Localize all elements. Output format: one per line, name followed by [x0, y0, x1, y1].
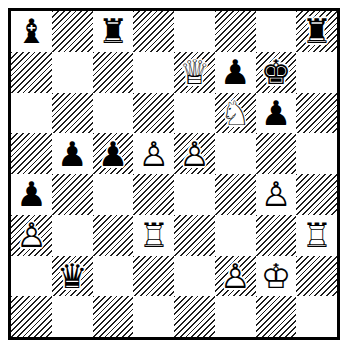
- white-queen-glyph: ♕: [174, 52, 215, 93]
- black-queen-glyph: ♛: [52, 256, 93, 297]
- square-f2[interactable]: ♟♙: [215, 256, 256, 297]
- square-g6[interactable]: ♟♟: [256, 93, 297, 134]
- black-pawn[interactable]: ♟♟: [93, 133, 134, 174]
- square-d6[interactable]: [133, 93, 174, 134]
- white-pawn[interactable]: ♟♙: [133, 133, 174, 174]
- square-b7[interactable]: [52, 52, 93, 93]
- square-g1[interactable]: [256, 296, 297, 337]
- square-d8[interactable]: [133, 11, 174, 52]
- rook-silhouette: ♜: [133, 215, 174, 256]
- bishop-silhouette: ♝: [11, 11, 52, 52]
- square-c1[interactable]: [93, 296, 134, 337]
- square-e1[interactable]: [174, 296, 215, 337]
- white-pawn[interactable]: ♟♙: [256, 174, 297, 215]
- white-rook-glyph: ♖: [296, 215, 337, 256]
- square-g8[interactable]: [256, 11, 297, 52]
- black-queen[interactable]: ♛♛: [52, 256, 93, 297]
- square-a5[interactable]: [11, 133, 52, 174]
- white-queen[interactable]: ♛♕: [174, 52, 215, 93]
- black-rook-glyph: ♜: [296, 11, 337, 52]
- square-g4[interactable]: ♟♙: [256, 174, 297, 215]
- square-a4[interactable]: ♟♟: [11, 174, 52, 215]
- square-f5[interactable]: [215, 133, 256, 174]
- black-pawn-glyph: ♟: [11, 174, 52, 215]
- pawn-silhouette: ♟: [11, 215, 52, 256]
- square-g7[interactable]: ♚♚: [256, 52, 297, 93]
- square-a1[interactable]: [11, 296, 52, 337]
- square-f4[interactable]: [215, 174, 256, 215]
- rook-silhouette: ♜: [296, 11, 337, 52]
- square-f6[interactable]: ♞♘: [215, 93, 256, 134]
- square-d4[interactable]: [133, 174, 174, 215]
- square-d2[interactable]: [133, 256, 174, 297]
- pawn-silhouette: ♟: [256, 93, 297, 134]
- black-pawn[interactable]: ♟♟: [52, 133, 93, 174]
- square-f3[interactable]: [215, 215, 256, 256]
- square-b4[interactable]: [52, 174, 93, 215]
- square-h3[interactable]: ♜♖: [296, 215, 337, 256]
- square-e4[interactable]: [174, 174, 215, 215]
- square-c6[interactable]: [93, 93, 134, 134]
- square-d5[interactable]: ♟♙: [133, 133, 174, 174]
- pawn-silhouette: ♟: [52, 133, 93, 174]
- black-king[interactable]: ♚♚: [256, 52, 297, 93]
- square-e7[interactable]: ♛♕: [174, 52, 215, 93]
- square-a6[interactable]: [11, 93, 52, 134]
- rook-silhouette: ♜: [296, 215, 337, 256]
- square-f7[interactable]: ♟♟: [215, 52, 256, 93]
- square-h2[interactable]: [296, 256, 337, 297]
- chessboard-frame: ♝♝♜♜♜♜♛♕♟♟♚♚♞♘♟♟♟♟♟♟♟♙♟♙♟♟♟♙♟♙♜♖♜♖♛♛♟♙♚♔: [8, 8, 340, 340]
- white-knight-glyph: ♘: [215, 93, 256, 134]
- square-c2[interactable]: [93, 256, 134, 297]
- white-king-glyph: ♔: [256, 256, 297, 297]
- square-g5[interactable]: [256, 133, 297, 174]
- black-pawn-glyph: ♟: [215, 52, 256, 93]
- square-h4[interactable]: [296, 174, 337, 215]
- square-a2[interactable]: [11, 256, 52, 297]
- square-c7[interactable]: [93, 52, 134, 93]
- pawn-silhouette: ♟: [93, 133, 134, 174]
- white-pawn[interactable]: ♟♙: [11, 215, 52, 256]
- square-f8[interactable]: [215, 11, 256, 52]
- white-king[interactable]: ♚♔: [256, 256, 297, 297]
- pawn-silhouette: ♟: [174, 133, 215, 174]
- knight-silhouette: ♞: [215, 93, 256, 134]
- square-b8[interactable]: [52, 11, 93, 52]
- black-pawn-glyph: ♟: [52, 133, 93, 174]
- black-bishop[interactable]: ♝♝: [11, 11, 52, 52]
- white-pawn[interactable]: ♟♙: [215, 256, 256, 297]
- square-f1[interactable]: [215, 296, 256, 337]
- white-pawn-glyph: ♙: [133, 133, 174, 174]
- square-e2[interactable]: [174, 256, 215, 297]
- square-d7[interactable]: [133, 52, 174, 93]
- pawn-silhouette: ♟: [133, 133, 174, 174]
- square-a8[interactable]: ♝♝: [11, 11, 52, 52]
- square-a3[interactable]: ♟♙: [11, 215, 52, 256]
- square-d3[interactable]: ♜♖: [133, 215, 174, 256]
- square-h1[interactable]: [296, 296, 337, 337]
- square-d1[interactable]: [133, 296, 174, 337]
- square-c3[interactable]: [93, 215, 134, 256]
- square-e8[interactable]: [174, 11, 215, 52]
- king-silhouette: ♚: [256, 52, 297, 93]
- square-e6[interactable]: [174, 93, 215, 134]
- pawn-silhouette: ♟: [256, 174, 297, 215]
- white-pawn[interactable]: ♟♙: [174, 133, 215, 174]
- square-e5[interactable]: ♟♙: [174, 133, 215, 174]
- white-knight[interactable]: ♞♘: [215, 93, 256, 134]
- black-bishop-glyph: ♝: [11, 11, 52, 52]
- square-a7[interactable]: [11, 52, 52, 93]
- square-b6[interactable]: [52, 93, 93, 134]
- square-h8[interactable]: ♜♜: [296, 11, 337, 52]
- white-rook-glyph: ♖: [133, 215, 174, 256]
- square-b5[interactable]: ♟♟: [52, 133, 93, 174]
- white-pawn-glyph: ♙: [215, 256, 256, 297]
- chessboard: ♝♝♜♜♜♜♛♕♟♟♚♚♞♘♟♟♟♟♟♟♟♙♟♙♟♟♟♙♟♙♜♖♜♖♛♛♟♙♚♔: [11, 11, 337, 337]
- square-c4[interactable]: [93, 174, 134, 215]
- rook-silhouette: ♜: [93, 11, 134, 52]
- black-pawn[interactable]: ♟♟: [256, 93, 297, 134]
- square-b1[interactable]: [52, 296, 93, 337]
- white-pawn-glyph: ♙: [256, 174, 297, 215]
- white-rook[interactable]: ♜♖: [133, 215, 174, 256]
- queen-silhouette: ♛: [52, 256, 93, 297]
- black-rook-glyph: ♜: [93, 11, 134, 52]
- square-h7[interactable]: [296, 52, 337, 93]
- pawn-silhouette: ♟: [11, 174, 52, 215]
- pawn-silhouette: ♟: [215, 256, 256, 297]
- black-rook[interactable]: ♜♜: [93, 11, 134, 52]
- square-c8[interactable]: ♜♜: [93, 11, 134, 52]
- black-pawn[interactable]: ♟♟: [11, 174, 52, 215]
- black-king-glyph: ♚: [256, 52, 297, 93]
- square-c5[interactable]: ♟♟: [93, 133, 134, 174]
- white-rook[interactable]: ♜♖: [296, 215, 337, 256]
- black-rook[interactable]: ♜♜: [296, 11, 337, 52]
- black-pawn[interactable]: ♟♟: [215, 52, 256, 93]
- white-pawn-glyph: ♙: [174, 133, 215, 174]
- black-pawn-glyph: ♟: [256, 93, 297, 134]
- white-pawn-glyph: ♙: [11, 215, 52, 256]
- square-g3[interactable]: [256, 215, 297, 256]
- pawn-silhouette: ♟: [215, 52, 256, 93]
- square-b3[interactable]: [52, 215, 93, 256]
- square-g2[interactable]: ♚♔: [256, 256, 297, 297]
- square-e3[interactable]: [174, 215, 215, 256]
- king-silhouette: ♚: [256, 256, 297, 297]
- square-h5[interactable]: [296, 133, 337, 174]
- queen-silhouette: ♛: [174, 52, 215, 93]
- square-h6[interactable]: [296, 93, 337, 134]
- square-b2[interactable]: ♛♛: [52, 256, 93, 297]
- black-pawn-glyph: ♟: [93, 133, 134, 174]
